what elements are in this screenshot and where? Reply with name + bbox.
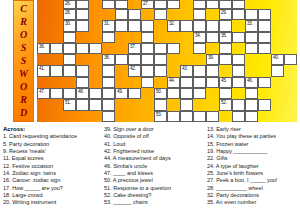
answer-cell[interactable]: 49. xyxy=(115,88,128,99)
answer-cell[interactable]: 35. xyxy=(219,32,232,43)
blocked-cell xyxy=(115,65,128,76)
blocked-cell xyxy=(89,20,102,31)
clue-item: 24. A type of laughter xyxy=(207,163,299,170)
blocked-cell xyxy=(89,54,102,65)
answer-cell[interactable] xyxy=(154,65,167,76)
answer-cell[interactable] xyxy=(206,20,219,31)
answer-cell[interactable] xyxy=(128,9,141,20)
banner-letter: O xyxy=(20,30,27,40)
answer-cell[interactable]: 52. xyxy=(219,99,232,110)
answer-cell[interactable] xyxy=(128,54,141,65)
blocked-cell xyxy=(89,111,102,122)
answer-cell[interactable] xyxy=(232,111,245,122)
clue-number: 42. xyxy=(130,66,136,71)
clue-item: 53. ______ chairs xyxy=(104,199,205,206)
blocked-cell xyxy=(167,65,180,76)
answer-cell[interactable] xyxy=(193,88,206,99)
blocked-cell xyxy=(219,111,232,122)
clue-item: 9. Recess 'meals' xyxy=(3,148,102,155)
answer-cell[interactable] xyxy=(167,0,180,9)
clue-item: 39. Sign over a door xyxy=(104,126,205,133)
answer-cell[interactable]: 51. xyxy=(63,99,76,110)
blocked-cell xyxy=(37,20,50,31)
answer-cell[interactable] xyxy=(76,20,89,31)
answer-cell[interactable]: 47. xyxy=(37,88,50,99)
answer-cell[interactable]: 26. xyxy=(63,0,76,9)
blocked-cell xyxy=(180,54,193,65)
banner-letter: R xyxy=(20,95,27,105)
answer-cell[interactable] xyxy=(193,20,206,31)
crossword-title-banner: CROSSWORD xyxy=(13,0,34,122)
blocked-cell xyxy=(128,111,141,122)
blocked-cell xyxy=(245,0,258,9)
answer-cell[interactable] xyxy=(232,65,245,76)
answer-cell[interactable] xyxy=(115,0,128,9)
answer-cell[interactable] xyxy=(154,43,167,54)
answer-cell[interactable] xyxy=(258,43,271,54)
blocked-cell xyxy=(167,9,180,20)
blocked-cell xyxy=(115,99,128,110)
answer-cell[interactable] xyxy=(258,77,271,88)
clue-item: 40. Opposite of off xyxy=(104,133,205,140)
blocked-cell xyxy=(128,99,141,110)
blocked-cell xyxy=(63,111,76,122)
clue-number: 29. xyxy=(221,10,227,15)
blocked-cell xyxy=(89,9,102,20)
clue-item: 32. Party decorations xyxy=(207,192,299,199)
answer-cell[interactable]: 50. xyxy=(154,88,167,99)
answer-cell[interactable] xyxy=(180,111,193,122)
blocked-cell xyxy=(284,65,297,76)
answer-cell[interactable]: 42. xyxy=(128,65,141,76)
banner-letter: W xyxy=(19,69,28,79)
clue-item: 46. Simba's uncle xyxy=(104,163,205,170)
across-header: Across: xyxy=(3,126,102,133)
banner-letter: R xyxy=(20,17,27,27)
blocked-cell xyxy=(141,99,154,110)
clue-number: 31. xyxy=(104,21,110,26)
answer-cell[interactable] xyxy=(258,32,271,43)
clue-item: 50. A precious jewel xyxy=(104,177,205,184)
answer-cell[interactable] xyxy=(76,65,89,76)
answer-cell[interactable] xyxy=(141,65,154,76)
answer-cell[interactable] xyxy=(258,20,271,31)
answer-cell[interactable] xyxy=(115,9,128,20)
answer-cell[interactable] xyxy=(154,54,167,65)
clue-item: 1. Card requesting attendance xyxy=(3,133,102,140)
clue-item: 47. ____ and kisses xyxy=(104,170,205,177)
blocked-cell xyxy=(180,43,193,54)
blocked-cell xyxy=(258,88,271,99)
answer-cell[interactable]: 33. xyxy=(245,20,258,31)
blocked-cell xyxy=(232,43,245,54)
clue-number: 35. xyxy=(221,33,227,38)
blocked-cell xyxy=(271,99,284,110)
clue-number: 39. xyxy=(208,55,214,60)
answer-cell[interactable] xyxy=(206,77,219,88)
clue-item: 27. Peek a boo, I _____ you! xyxy=(207,177,299,184)
answer-cell[interactable] xyxy=(141,20,154,31)
answer-cell[interactable] xyxy=(193,65,206,76)
answer-cell[interactable]: 44. xyxy=(167,77,180,88)
blocked-cell xyxy=(154,32,167,43)
clues-column-down: 13. Early riser14. You play these at par… xyxy=(207,126,299,207)
blocked-cell xyxy=(284,88,297,99)
blocked-cell xyxy=(284,20,297,31)
answer-cell[interactable] xyxy=(245,43,258,54)
blocked-cell xyxy=(50,99,63,110)
blocked-cell xyxy=(37,9,50,20)
clue-number: 26. xyxy=(65,1,71,6)
clue-number: 49. xyxy=(117,89,123,94)
answer-cell[interactable]: 28. xyxy=(63,9,76,20)
answer-cell[interactable] xyxy=(154,99,167,110)
blocked-cell xyxy=(89,0,102,9)
answer-cell[interactable] xyxy=(258,9,271,20)
answer-cell[interactable] xyxy=(284,54,297,65)
answer-cell[interactable] xyxy=(76,9,89,20)
blocked-cell xyxy=(271,77,284,88)
clue-number: 45. xyxy=(221,78,227,83)
blocked-cell xyxy=(284,77,297,88)
clue-item: 44. A measurement of days xyxy=(104,155,205,162)
clues-column-across-continued: 39. Sign over a door40. Opposite of off4… xyxy=(104,126,205,207)
answer-cell[interactable]: 29. xyxy=(219,9,232,20)
blocked-cell xyxy=(50,0,63,9)
blocked-cell xyxy=(37,111,50,122)
clue-number: 53. xyxy=(156,112,162,117)
answer-cell[interactable]: 30. xyxy=(63,20,76,31)
answer-cell[interactable] xyxy=(167,88,180,99)
blocked-cell xyxy=(50,32,63,43)
answer-cell[interactable] xyxy=(206,32,219,43)
clue-number: 32. xyxy=(169,21,175,26)
answer-cell[interactable] xyxy=(219,43,232,54)
answer-cell[interactable] xyxy=(193,77,206,88)
blocked-cell xyxy=(271,20,284,31)
answer-cell[interactable] xyxy=(50,65,63,76)
answer-cell[interactable] xyxy=(115,54,128,65)
blocked-cell xyxy=(258,111,271,122)
answer-cell[interactable]: 45. xyxy=(219,77,232,88)
answer-cell[interactable] xyxy=(102,0,115,9)
answer-cell[interactable]: 53. xyxy=(154,111,167,122)
answer-cell[interactable] xyxy=(245,9,258,20)
blocked-cell xyxy=(76,111,89,122)
clue-item: 5. Party decoration xyxy=(3,141,102,148)
answer-cell[interactable] xyxy=(102,88,115,99)
answer-cell[interactable] xyxy=(102,32,115,43)
answer-cell[interactable] xyxy=(50,43,63,54)
answer-cell[interactable]: 34. xyxy=(193,32,206,43)
blocked-cell xyxy=(271,88,284,99)
answer-cell[interactable] xyxy=(76,77,89,88)
blocked-cell xyxy=(232,88,245,99)
answer-cell[interactable] xyxy=(63,32,76,43)
clue-item: 16. Cancer: zodiac sign xyxy=(3,177,102,184)
blocked-cell xyxy=(167,99,180,110)
blocked-cell xyxy=(180,0,193,9)
answer-cell[interactable] xyxy=(102,65,115,76)
answer-cell[interactable] xyxy=(128,20,141,31)
answer-cell[interactable] xyxy=(245,99,258,110)
clue-number: 41. xyxy=(39,66,45,71)
answer-cell[interactable] xyxy=(258,99,271,110)
answer-cell[interactable]: 31. xyxy=(102,20,115,31)
clue-number: 52. xyxy=(221,100,227,105)
answer-cell[interactable] xyxy=(167,111,180,122)
answer-cell[interactable] xyxy=(219,20,232,31)
clue-item: 14. You play these at parties xyxy=(207,133,299,140)
blocked-cell xyxy=(219,65,232,76)
blocked-cell xyxy=(89,65,102,76)
clue-number: 34. xyxy=(195,33,201,38)
answer-cell[interactable]: 32. xyxy=(167,20,180,31)
answer-cell[interactable] xyxy=(206,111,219,122)
blocked-cell xyxy=(141,9,154,20)
clue-item: 15. Frozen water xyxy=(207,141,299,148)
answer-cell[interactable] xyxy=(154,0,167,9)
clue-number: 27. xyxy=(143,1,149,6)
clue-number: 28. xyxy=(65,10,71,15)
clue-item: 51. Response to a question xyxy=(104,185,205,192)
answer-cell[interactable] xyxy=(232,99,245,110)
blocked-cell xyxy=(89,77,102,88)
blocked-cell xyxy=(128,0,141,9)
answer-cell[interactable] xyxy=(76,99,89,110)
clue-item: 18. Large crowd xyxy=(3,192,102,199)
blocked-cell xyxy=(128,77,141,88)
answer-cell[interactable] xyxy=(232,77,245,88)
clue-number: 40. xyxy=(273,55,279,60)
clue-number: 48. xyxy=(78,89,84,94)
blocked-cell xyxy=(284,111,297,122)
blocked-cell xyxy=(232,20,245,31)
answer-cell[interactable]: 40. xyxy=(271,54,284,65)
answer-cell[interactable] xyxy=(76,0,89,9)
answer-cell[interactable] xyxy=(193,111,206,122)
answer-cell[interactable] xyxy=(63,65,76,76)
clue-number: 36. xyxy=(39,44,45,49)
blocked-cell xyxy=(102,43,115,54)
clue-number: 30. xyxy=(65,21,71,26)
answer-cell[interactable] xyxy=(206,0,219,9)
clue-number: 43. xyxy=(182,66,188,71)
clue-number: 33. xyxy=(247,21,253,26)
blocked-cell xyxy=(193,99,206,110)
clue-number: 51. xyxy=(65,100,71,105)
answer-cell[interactable] xyxy=(63,88,76,99)
answer-cell[interactable] xyxy=(180,20,193,31)
blocked-cell xyxy=(50,111,63,122)
answer-cell[interactable] xyxy=(89,88,102,99)
answer-cell[interactable]: 39. xyxy=(206,54,219,65)
blocked-cell xyxy=(180,9,193,20)
answer-cell[interactable] xyxy=(180,99,193,110)
blocked-cell xyxy=(50,77,63,88)
answer-cell[interactable] xyxy=(89,99,102,110)
clue-item: 13. Early riser xyxy=(207,126,299,133)
blocked-cell xyxy=(141,88,154,99)
blocked-cell xyxy=(258,65,271,76)
blocked-cell xyxy=(115,77,128,88)
banner-letter: D xyxy=(20,108,27,118)
blocked-cell xyxy=(50,20,63,31)
clue-item: 22. Gifts xyxy=(207,155,299,162)
answer-cell[interactable]: 36. xyxy=(37,43,50,54)
answer-cell[interactable] xyxy=(245,88,258,99)
clue-item: 41. Loud xyxy=(104,141,205,148)
answer-cell[interactable] xyxy=(219,0,232,9)
blocked-cell xyxy=(154,20,167,31)
blocked-cell xyxy=(37,54,50,65)
answer-cell[interactable] xyxy=(193,9,206,20)
answer-cell[interactable] xyxy=(193,43,206,54)
blocked-cell xyxy=(271,111,284,122)
blocked-cell xyxy=(180,32,193,43)
blocked-cell xyxy=(128,32,141,43)
answer-cell[interactable]: 46. xyxy=(245,77,258,88)
answer-cell[interactable] xyxy=(180,77,193,88)
answer-cell[interactable] xyxy=(154,9,167,20)
answer-cell[interactable] xyxy=(180,88,193,99)
answer-cell[interactable] xyxy=(219,88,232,99)
banner-letter: O xyxy=(20,82,27,92)
answer-cell[interactable] xyxy=(63,43,76,54)
blocked-cell xyxy=(154,77,167,88)
answer-cell[interactable] xyxy=(167,43,180,54)
answer-cell[interactable] xyxy=(206,65,219,76)
answer-cell[interactable] xyxy=(219,54,232,65)
blocked-cell xyxy=(258,0,271,9)
blocked-cell xyxy=(284,0,297,9)
clue-item: 12. Festive occasion xyxy=(3,163,102,170)
clue-item: 11. Equal scores xyxy=(3,155,102,162)
answer-cell[interactable] xyxy=(115,20,128,31)
blocked-cell xyxy=(284,32,297,43)
blocked-cell xyxy=(115,43,128,54)
blocked-cell xyxy=(167,54,180,65)
blocked-cell xyxy=(245,65,258,76)
answer-cell[interactable]: 43. xyxy=(180,65,193,76)
blocked-cell xyxy=(284,43,297,54)
answer-cell[interactable] xyxy=(232,9,245,20)
answer-cell[interactable] xyxy=(63,54,76,65)
blocked-cell xyxy=(271,9,284,20)
clues-column-across: Across: 1. Card requesting attendance5. … xyxy=(3,126,102,207)
clue-item: 52. Cake dressing? xyxy=(104,192,205,199)
answer-cell[interactable] xyxy=(141,32,154,43)
blocked-cell xyxy=(284,99,297,110)
answer-cell[interactable]: 37. xyxy=(128,43,141,54)
clue-number: 50. xyxy=(156,89,162,94)
clue-number: 44. xyxy=(169,78,175,83)
blocked-cell xyxy=(284,9,297,20)
answer-cell[interactable] xyxy=(128,88,141,99)
blocked-cell xyxy=(258,54,271,65)
answer-cell[interactable] xyxy=(141,54,154,65)
answer-cell[interactable]: 27. xyxy=(141,0,154,9)
banner-letter: S xyxy=(21,43,27,53)
answer-cell[interactable] xyxy=(271,65,284,76)
blocked-cell xyxy=(271,0,284,9)
clue-number: 46. xyxy=(247,78,253,83)
answer-cell[interactable] xyxy=(245,32,258,43)
blocked-cell xyxy=(206,43,219,54)
blocked-cell xyxy=(63,77,76,88)
blocked-cell xyxy=(271,32,284,43)
answer-cell[interactable] xyxy=(141,43,154,54)
blocked-cell xyxy=(193,54,206,65)
answer-cell[interactable]: 41. xyxy=(37,65,50,76)
blocked-cell xyxy=(37,99,50,110)
clue-item: 25. June's birth flowers xyxy=(207,170,299,177)
blocked-cell xyxy=(37,0,50,9)
blocked-cell xyxy=(37,32,50,43)
answer-cell[interactable] xyxy=(89,43,102,54)
clue-item: 35. An even number xyxy=(207,199,299,206)
answer-cell[interactable] xyxy=(232,54,245,65)
blocked-cell xyxy=(167,32,180,43)
blocked-cell xyxy=(206,9,219,20)
blocked-cell xyxy=(89,32,102,43)
clue-item: 20. Writing instrument xyxy=(3,199,102,206)
answer-cell[interactable] xyxy=(141,77,154,88)
banner-letter: S xyxy=(21,56,27,66)
blocked-cell xyxy=(102,9,115,20)
clue-item: 28. __________ wheel xyxy=(207,185,299,192)
blocked-cell xyxy=(206,99,219,110)
clue-item: 17. How _____ are you? xyxy=(3,185,102,192)
blocked-cell xyxy=(76,32,89,43)
clue-item: 14. Zodiac sign: twins xyxy=(3,170,102,177)
answer-cell[interactable] xyxy=(245,111,258,122)
blocked-cell xyxy=(50,9,63,20)
clue-number: 37. xyxy=(130,44,136,49)
blocked-cell xyxy=(115,111,128,122)
blocked-cell xyxy=(245,54,258,65)
answer-cell[interactable]: 48. xyxy=(76,88,89,99)
blocked-cell xyxy=(50,54,63,65)
blocked-cell xyxy=(115,32,128,43)
answer-cell[interactable] xyxy=(50,88,63,99)
answer-cell[interactable] xyxy=(102,99,115,110)
blocked-cell xyxy=(271,43,284,54)
clue-number: 38. xyxy=(104,55,110,60)
blocked-cell xyxy=(206,88,219,99)
answer-cell[interactable] xyxy=(232,0,245,9)
clue-number: 47. xyxy=(39,89,45,94)
blocked-cell xyxy=(76,54,89,65)
puzzle-grid: 26.27.28.29.30.31.32.33.34.35.36.37.38.3… xyxy=(37,0,297,122)
answer-cell[interactable]: 38. xyxy=(102,54,115,65)
blocked-cell xyxy=(37,77,50,88)
banner-letter: C xyxy=(20,4,27,14)
clue-item: 19. Happy ___________ xyxy=(207,148,299,155)
answer-cell[interactable] xyxy=(102,111,115,122)
answer-cell[interactable] xyxy=(102,77,115,88)
answer-cell[interactable] xyxy=(76,43,89,54)
answer-cell[interactable] xyxy=(193,0,206,9)
answer-cell[interactable] xyxy=(232,32,245,43)
clue-item: 42. Frightened noise xyxy=(104,148,205,155)
blocked-cell xyxy=(141,111,154,122)
